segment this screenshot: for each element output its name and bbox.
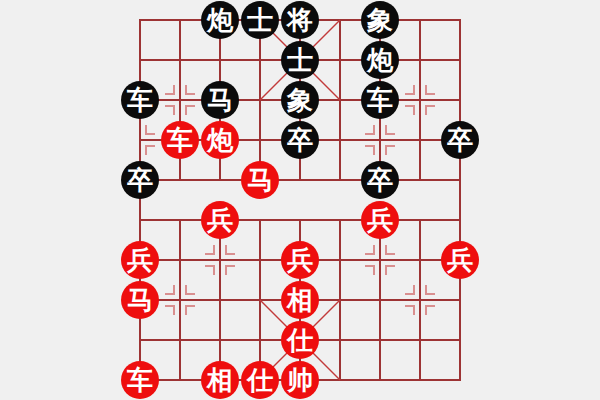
star-mark [385, 125, 395, 135]
star-mark [205, 265, 215, 275]
star-mark [425, 305, 435, 315]
piece-black-chariot[interactable]: 车 [361, 81, 399, 119]
piece-black-elephant[interactable]: 象 [361, 1, 399, 39]
star-mark [405, 285, 415, 295]
star-mark [425, 105, 435, 115]
piece-black-elephant[interactable]: 象 [281, 81, 319, 119]
piece-red-pawn[interactable]: 兵 [121, 241, 159, 279]
star-mark [385, 265, 395, 275]
piece-red-pawn[interactable]: 兵 [441, 241, 479, 279]
star-mark [185, 285, 195, 295]
star-mark [225, 245, 235, 255]
piece-black-pawn[interactable]: 卒 [121, 161, 159, 199]
star-mark [405, 85, 415, 95]
piece-red-chariot[interactable]: 车 [121, 361, 159, 399]
star-mark [185, 105, 195, 115]
piece-red-elephant[interactable]: 相 [281, 281, 319, 319]
piece-black-advisor[interactable]: 士 [281, 41, 319, 79]
star-mark [365, 245, 375, 255]
star-mark [185, 305, 195, 315]
piece-red-pawn[interactable]: 兵 [281, 241, 319, 279]
piece-red-advisor[interactable]: 仕 [281, 321, 319, 359]
piece-black-pawn[interactable]: 卒 [281, 121, 319, 159]
piece-black-pawn[interactable]: 卒 [361, 161, 399, 199]
piece-black-cannon[interactable]: 炮 [201, 1, 239, 39]
piece-red-pawn[interactable]: 兵 [361, 201, 399, 239]
piece-black-chariot[interactable]: 车 [121, 81, 159, 119]
star-mark [165, 305, 175, 315]
piece-red-horse[interactable]: 马 [241, 161, 279, 199]
star-mark [205, 245, 215, 255]
star-mark [185, 85, 195, 95]
star-mark [385, 145, 395, 155]
piece-black-cannon[interactable]: 炮 [361, 41, 399, 79]
star-mark [425, 85, 435, 95]
star-mark [365, 125, 375, 135]
star-mark [165, 285, 175, 295]
piece-black-pawn[interactable]: 卒 [441, 121, 479, 159]
star-mark [145, 125, 155, 135]
star-mark [225, 265, 235, 275]
star-mark [405, 105, 415, 115]
piece-red-chariot[interactable]: 车 [161, 121, 199, 159]
piece-red-king[interactable]: 帅 [281, 361, 319, 399]
piece-red-elephant[interactable]: 相 [201, 361, 239, 399]
star-mark [145, 145, 155, 155]
piece-black-horse[interactable]: 马 [201, 81, 239, 119]
star-mark [365, 265, 375, 275]
piece-black-advisor[interactable]: 士 [241, 1, 279, 39]
xiangqi-board: 炮士将象士炮车马象车卒卒卒卒车炮马兵兵兵兵兵马相仕车相仕帅 [0, 0, 600, 400]
piece-red-pawn[interactable]: 兵 [201, 201, 239, 239]
piece-red-advisor[interactable]: 仕 [241, 361, 279, 399]
star-mark [165, 85, 175, 95]
piece-red-horse[interactable]: 马 [121, 281, 159, 319]
star-mark [165, 105, 175, 115]
star-mark [405, 305, 415, 315]
star-mark [365, 145, 375, 155]
piece-black-general[interactable]: 将 [281, 1, 319, 39]
piece-red-cannon[interactable]: 炮 [201, 121, 239, 159]
star-mark [425, 285, 435, 295]
star-mark [385, 245, 395, 255]
